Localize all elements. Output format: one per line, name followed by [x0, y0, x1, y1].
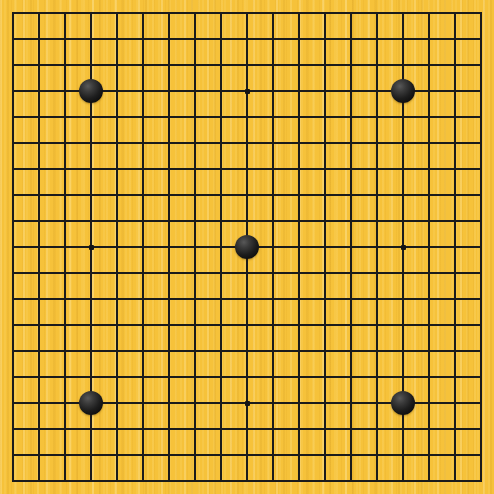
- board-point[interactable]: [390, 312, 416, 338]
- board-point[interactable]: [78, 0, 104, 26]
- board-point[interactable]: [182, 364, 208, 390]
- board-point[interactable]: [338, 156, 364, 182]
- board-point[interactable]: [312, 182, 338, 208]
- board-point[interactable]: [104, 52, 130, 78]
- black-stone[interactable]: [79, 79, 103, 103]
- black-stone[interactable]: [79, 391, 103, 415]
- board-point[interactable]: [0, 442, 26, 468]
- board-point[interactable]: [416, 364, 442, 390]
- board-point[interactable]: [78, 364, 104, 390]
- board-point[interactable]: [26, 338, 52, 364]
- board-point[interactable]: [52, 312, 78, 338]
- board-point[interactable]: [364, 286, 390, 312]
- board-point[interactable]: [78, 208, 104, 234]
- board-point[interactable]: [468, 26, 494, 52]
- board-point[interactable]: [364, 390, 390, 416]
- board-point[interactable]: [156, 234, 182, 260]
- board-point[interactable]: [312, 208, 338, 234]
- board-point[interactable]: [260, 234, 286, 260]
- board-point[interactable]: [468, 130, 494, 156]
- board-point[interactable]: [78, 442, 104, 468]
- board-point[interactable]: [26, 416, 52, 442]
- board-point[interactable]: [364, 338, 390, 364]
- board-point[interactable]: [52, 286, 78, 312]
- board-point[interactable]: [156, 312, 182, 338]
- board-point[interactable]: [364, 364, 390, 390]
- board-point[interactable]: [156, 52, 182, 78]
- board-point[interactable]: [182, 26, 208, 52]
- board-point[interactable]: [208, 234, 234, 260]
- board-point[interactable]: [416, 26, 442, 52]
- board-point[interactable]: [416, 442, 442, 468]
- board-point[interactable]: [182, 234, 208, 260]
- board-point[interactable]: [78, 312, 104, 338]
- board-point[interactable]: [416, 52, 442, 78]
- board-point[interactable]: [0, 156, 26, 182]
- board-point[interactable]: [468, 182, 494, 208]
- board-point[interactable]: [416, 234, 442, 260]
- board-point[interactable]: [260, 78, 286, 104]
- board-point[interactable]: [234, 26, 260, 52]
- board-point[interactable]: [468, 364, 494, 390]
- board-point[interactable]: [78, 26, 104, 52]
- board-point[interactable]: [0, 208, 26, 234]
- board-point[interactable]: [26, 52, 52, 78]
- board-point[interactable]: [416, 468, 442, 494]
- board-point[interactable]: [442, 416, 468, 442]
- board-point[interactable]: [208, 260, 234, 286]
- board-point[interactable]: [442, 104, 468, 130]
- board-point[interactable]: [156, 338, 182, 364]
- board-point[interactable]: [208, 286, 234, 312]
- board-point[interactable]: [442, 468, 468, 494]
- board-point[interactable]: [260, 286, 286, 312]
- board-point[interactable]: [312, 416, 338, 442]
- board-point[interactable]: [468, 78, 494, 104]
- board-point[interactable]: [286, 0, 312, 26]
- board-point[interactable]: [442, 78, 468, 104]
- board-point[interactable]: [442, 442, 468, 468]
- board-point[interactable]: [260, 390, 286, 416]
- board-point[interactable]: [78, 156, 104, 182]
- board-point[interactable]: [156, 130, 182, 156]
- board-point[interactable]: [390, 286, 416, 312]
- board-point[interactable]: [286, 416, 312, 442]
- board-point[interactable]: [208, 0, 234, 26]
- board-point[interactable]: [390, 208, 416, 234]
- board-point[interactable]: [208, 156, 234, 182]
- board-point[interactable]: [104, 0, 130, 26]
- board-point[interactable]: [416, 130, 442, 156]
- board-point[interactable]: [156, 286, 182, 312]
- board-point[interactable]: [442, 52, 468, 78]
- board-point[interactable]: [260, 130, 286, 156]
- board-point[interactable]: [364, 234, 390, 260]
- board-point[interactable]: [364, 468, 390, 494]
- board-point[interactable]: [234, 416, 260, 442]
- board-point[interactable]: [442, 286, 468, 312]
- board-point[interactable]: [0, 338, 26, 364]
- board-point[interactable]: [0, 390, 26, 416]
- board-point[interactable]: [260, 182, 286, 208]
- board-point[interactable]: [364, 156, 390, 182]
- board-point[interactable]: [0, 104, 26, 130]
- board-point[interactable]: [468, 260, 494, 286]
- board-point[interactable]: [286, 208, 312, 234]
- board-point[interactable]: [26, 468, 52, 494]
- board-point[interactable]: [52, 390, 78, 416]
- board-point[interactable]: [130, 26, 156, 52]
- board-point[interactable]: [182, 416, 208, 442]
- board-point[interactable]: [442, 130, 468, 156]
- board-point[interactable]: [208, 390, 234, 416]
- board-point[interactable]: [182, 182, 208, 208]
- board-point[interactable]: [442, 338, 468, 364]
- board-point[interactable]: [364, 104, 390, 130]
- board-point[interactable]: [416, 156, 442, 182]
- board-point[interactable]: [416, 78, 442, 104]
- board-point[interactable]: [364, 260, 390, 286]
- board-point[interactable]: [338, 0, 364, 26]
- board-point[interactable]: [416, 416, 442, 442]
- board-point[interactable]: [104, 442, 130, 468]
- board-point[interactable]: [390, 26, 416, 52]
- black-stone[interactable]: [235, 235, 259, 259]
- board-point[interactable]: [130, 234, 156, 260]
- board-point[interactable]: [364, 130, 390, 156]
- board-point[interactable]: [234, 468, 260, 494]
- board-point[interactable]: [104, 364, 130, 390]
- board-point[interactable]: [234, 0, 260, 26]
- board-point[interactable]: [130, 156, 156, 182]
- board-point[interactable]: [312, 286, 338, 312]
- board-point[interactable]: [442, 312, 468, 338]
- board-point[interactable]: [364, 0, 390, 26]
- board-point[interactable]: [208, 364, 234, 390]
- board-point[interactable]: [208, 338, 234, 364]
- board-point[interactable]: [52, 260, 78, 286]
- board-point[interactable]: [286, 312, 312, 338]
- board-point[interactable]: [182, 130, 208, 156]
- board-point[interactable]: [468, 0, 494, 26]
- board-point[interactable]: [208, 182, 234, 208]
- board-point[interactable]: [338, 416, 364, 442]
- board-point[interactable]: [364, 442, 390, 468]
- board-point[interactable]: [364, 182, 390, 208]
- board-point[interactable]: [130, 286, 156, 312]
- board-point[interactable]: [78, 416, 104, 442]
- board-point[interactable]: [286, 468, 312, 494]
- board-point[interactable]: [468, 416, 494, 442]
- board-point[interactable]: [286, 52, 312, 78]
- board-point[interactable]: [390, 104, 416, 130]
- board-point[interactable]: [390, 338, 416, 364]
- board-point[interactable]: [234, 156, 260, 182]
- board-point[interactable]: [0, 0, 26, 26]
- board-point[interactable]: [208, 312, 234, 338]
- board-point[interactable]: [260, 312, 286, 338]
- board-point[interactable]: [0, 52, 26, 78]
- board-point[interactable]: [338, 442, 364, 468]
- board-point[interactable]: [338, 338, 364, 364]
- board-point[interactable]: [26, 130, 52, 156]
- board-point[interactable]: [312, 104, 338, 130]
- board-point[interactable]: [260, 260, 286, 286]
- board-point[interactable]: [416, 208, 442, 234]
- board-point[interactable]: [78, 468, 104, 494]
- board-point[interactable]: [468, 338, 494, 364]
- board-point[interactable]: [156, 0, 182, 26]
- board-point[interactable]: [130, 260, 156, 286]
- board-point[interactable]: [234, 78, 260, 104]
- board-point[interactable]: [26, 286, 52, 312]
- board-point[interactable]: [0, 260, 26, 286]
- board-point[interactable]: [104, 130, 130, 156]
- black-stone[interactable]: [391, 79, 415, 103]
- board-point[interactable]: [0, 286, 26, 312]
- board-point[interactable]: [234, 182, 260, 208]
- board-point[interactable]: [104, 156, 130, 182]
- board-point[interactable]: [286, 286, 312, 312]
- board-point[interactable]: [338, 26, 364, 52]
- board-point[interactable]: [182, 208, 208, 234]
- board-point[interactable]: [442, 260, 468, 286]
- board-point[interactable]: [130, 130, 156, 156]
- black-stone[interactable]: [391, 391, 415, 415]
- board-point[interactable]: [78, 104, 104, 130]
- board-point[interactable]: [0, 312, 26, 338]
- board-point[interactable]: [208, 208, 234, 234]
- board-point[interactable]: [234, 104, 260, 130]
- board-point[interactable]: [442, 182, 468, 208]
- board-point[interactable]: [286, 130, 312, 156]
- board-point[interactable]: [104, 416, 130, 442]
- board-point[interactable]: [156, 208, 182, 234]
- board-point[interactable]: [52, 182, 78, 208]
- board-point[interactable]: [312, 390, 338, 416]
- board-point[interactable]: [130, 416, 156, 442]
- board-point[interactable]: [0, 130, 26, 156]
- board-point[interactable]: [182, 104, 208, 130]
- board-point[interactable]: [52, 234, 78, 260]
- board-point[interactable]: [104, 208, 130, 234]
- board-point[interactable]: [0, 78, 26, 104]
- board-point[interactable]: [338, 286, 364, 312]
- board-point[interactable]: [52, 26, 78, 52]
- board-point[interactable]: [468, 104, 494, 130]
- board-point[interactable]: [52, 78, 78, 104]
- board-point[interactable]: [260, 208, 286, 234]
- board-point[interactable]: [312, 130, 338, 156]
- board-point[interactable]: [364, 208, 390, 234]
- board-point[interactable]: [390, 468, 416, 494]
- board-point[interactable]: [26, 0, 52, 26]
- board-point[interactable]: [260, 104, 286, 130]
- board-point[interactable]: [26, 442, 52, 468]
- board-point[interactable]: [78, 52, 104, 78]
- board-point[interactable]: [312, 78, 338, 104]
- board-point[interactable]: [182, 338, 208, 364]
- board-point[interactable]: [156, 182, 182, 208]
- board-point[interactable]: [338, 182, 364, 208]
- board-point[interactable]: [182, 78, 208, 104]
- board-point[interactable]: [390, 0, 416, 26]
- board-point[interactable]: [390, 130, 416, 156]
- board-point[interactable]: [260, 416, 286, 442]
- board-point[interactable]: [390, 364, 416, 390]
- board-point[interactable]: [0, 182, 26, 208]
- board-point[interactable]: [312, 364, 338, 390]
- board-point[interactable]: [156, 260, 182, 286]
- board-point[interactable]: [182, 286, 208, 312]
- board-point[interactable]: [390, 52, 416, 78]
- board-point[interactable]: [234, 338, 260, 364]
- board-point[interactable]: [208, 104, 234, 130]
- board-point[interactable]: [182, 468, 208, 494]
- board-point[interactable]: [0, 234, 26, 260]
- board-point[interactable]: [312, 0, 338, 26]
- board-point[interactable]: [26, 104, 52, 130]
- board-point[interactable]: [442, 234, 468, 260]
- board-point[interactable]: [338, 78, 364, 104]
- board-point[interactable]: [26, 156, 52, 182]
- board-point[interactable]: [156, 78, 182, 104]
- board-point[interactable]: [104, 286, 130, 312]
- board-point[interactable]: [260, 338, 286, 364]
- board-point[interactable]: [260, 442, 286, 468]
- board-point[interactable]: [364, 416, 390, 442]
- board-point[interactable]: [234, 390, 260, 416]
- board-point[interactable]: [286, 364, 312, 390]
- board-point[interactable]: [312, 442, 338, 468]
- board-point[interactable]: [364, 52, 390, 78]
- board-point[interactable]: [52, 208, 78, 234]
- board-point[interactable]: [338, 390, 364, 416]
- board-point[interactable]: [338, 104, 364, 130]
- board-point[interactable]: [364, 78, 390, 104]
- board-point[interactable]: [26, 390, 52, 416]
- board-point[interactable]: [416, 104, 442, 130]
- board-point[interactable]: [130, 390, 156, 416]
- board-point[interactable]: [78, 234, 104, 260]
- board-point[interactable]: [234, 286, 260, 312]
- board-point[interactable]: [156, 26, 182, 52]
- board-point[interactable]: [182, 156, 208, 182]
- board-point[interactable]: [468, 234, 494, 260]
- board-point[interactable]: [130, 468, 156, 494]
- board-point[interactable]: [52, 364, 78, 390]
- board-point[interactable]: [78, 260, 104, 286]
- board-point[interactable]: [260, 0, 286, 26]
- board-point[interactable]: [312, 312, 338, 338]
- board-point[interactable]: [286, 78, 312, 104]
- board-point[interactable]: [416, 182, 442, 208]
- board-point[interactable]: [26, 26, 52, 52]
- board-point[interactable]: [104, 338, 130, 364]
- board-point[interactable]: [208, 26, 234, 52]
- board-point[interactable]: [156, 104, 182, 130]
- board-point[interactable]: [338, 260, 364, 286]
- board-point[interactable]: [0, 364, 26, 390]
- board-point[interactable]: [0, 468, 26, 494]
- board-point[interactable]: [416, 338, 442, 364]
- board-point[interactable]: [234, 312, 260, 338]
- board-point[interactable]: [390, 260, 416, 286]
- board-point[interactable]: [338, 364, 364, 390]
- board-point[interactable]: [208, 78, 234, 104]
- board-point[interactable]: [286, 104, 312, 130]
- board-point[interactable]: [286, 442, 312, 468]
- board-point[interactable]: [78, 130, 104, 156]
- board-point[interactable]: [416, 0, 442, 26]
- board-point[interactable]: [312, 468, 338, 494]
- board-point[interactable]: [130, 0, 156, 26]
- board-point[interactable]: [104, 468, 130, 494]
- board-point[interactable]: [468, 312, 494, 338]
- board-point[interactable]: [442, 156, 468, 182]
- board-point[interactable]: [234, 208, 260, 234]
- board-point[interactable]: [468, 52, 494, 78]
- board-point[interactable]: [52, 468, 78, 494]
- board-point[interactable]: [234, 260, 260, 286]
- board-point[interactable]: [468, 208, 494, 234]
- board-point[interactable]: [286, 234, 312, 260]
- board-point[interactable]: [312, 260, 338, 286]
- board-point[interactable]: [130, 338, 156, 364]
- board-point[interactable]: [234, 52, 260, 78]
- board-point[interactable]: [416, 312, 442, 338]
- board-point[interactable]: [52, 104, 78, 130]
- board-point[interactable]: [416, 260, 442, 286]
- board-point[interactable]: [52, 416, 78, 442]
- board-point[interactable]: [442, 0, 468, 26]
- board-point[interactable]: [390, 182, 416, 208]
- board-point[interactable]: [78, 338, 104, 364]
- board-point[interactable]: [260, 156, 286, 182]
- board-point[interactable]: [208, 416, 234, 442]
- board-point[interactable]: [338, 312, 364, 338]
- board-point[interactable]: [182, 52, 208, 78]
- board-point[interactable]: [312, 156, 338, 182]
- board-point[interactable]: [390, 156, 416, 182]
- board-point[interactable]: [156, 468, 182, 494]
- board-point[interactable]: [468, 468, 494, 494]
- board-point[interactable]: [338, 130, 364, 156]
- board-point[interactable]: [0, 26, 26, 52]
- board-point[interactable]: [78, 286, 104, 312]
- board-point[interactable]: [416, 390, 442, 416]
- board-point[interactable]: [156, 390, 182, 416]
- board-point[interactable]: [286, 390, 312, 416]
- board-point[interactable]: [286, 260, 312, 286]
- board-point[interactable]: [442, 390, 468, 416]
- board-point[interactable]: [130, 104, 156, 130]
- board-point[interactable]: [312, 52, 338, 78]
- board-point[interactable]: [52, 156, 78, 182]
- board-point[interactable]: [364, 26, 390, 52]
- board-point[interactable]: [104, 390, 130, 416]
- board-point[interactable]: [442, 26, 468, 52]
- board-point[interactable]: [182, 390, 208, 416]
- board-point[interactable]: [286, 182, 312, 208]
- board-point[interactable]: [338, 52, 364, 78]
- board-point[interactable]: [260, 26, 286, 52]
- board-point[interactable]: [390, 442, 416, 468]
- board-point[interactable]: [182, 260, 208, 286]
- board-point[interactable]: [52, 52, 78, 78]
- board-point[interactable]: [104, 260, 130, 286]
- board-point[interactable]: [338, 234, 364, 260]
